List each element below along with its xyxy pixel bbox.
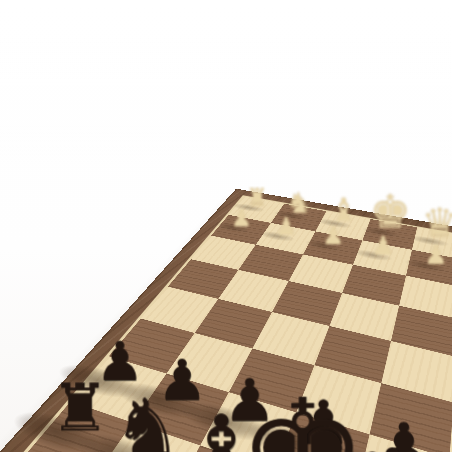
board-scene: abcdefgh12345678♜♞♝♛♚♝♞♜♟♟♟♟♟♟♟♟♟♟♟♟♟♟♟♟… [0,0,452,452]
white-queen-icon: ♛ [422,204,452,242]
white-pawn-icon: ♟ [231,207,252,229]
white-king-icon: ♚ [370,190,411,234]
photo-stage: abcdefgh12345678♜♞♝♛♚♝♞♜♟♟♟♟♟♟♟♟♟♟♟♟♟♟♟♟… [0,0,452,452]
black-knight-icon: ♞ [113,390,182,452]
black-rook-icon: ♜ [50,376,109,439]
white-pawn-icon: ♟ [322,224,344,247]
white-pawn-icon: ♟ [372,233,395,257]
chess-board: abcdefgh12345678♜♞♝♛♚♝♞♜♟♟♟♟♟♟♟♟♟♟♟♟♟♟♟♟… [0,189,452,452]
white-pawn-icon: ♟ [276,215,297,238]
white-pawn-icon: ♟ [424,243,447,268]
black-queen-icon: ♛ [338,436,447,452]
